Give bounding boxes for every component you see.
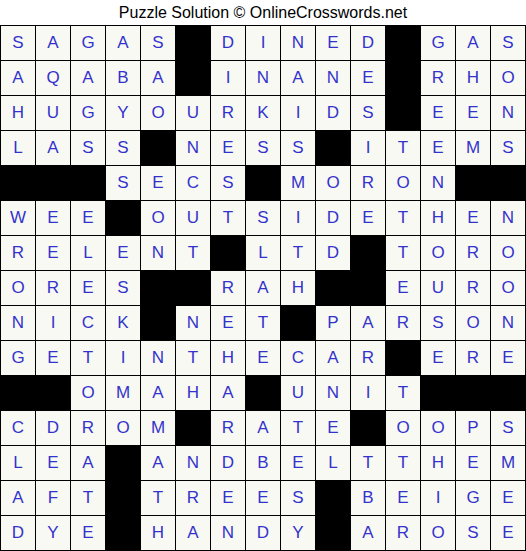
cell-r10c11: R bbox=[351, 341, 386, 376]
black-cell-r11c2 bbox=[36, 376, 71, 411]
cell-r11c12: T bbox=[386, 376, 421, 411]
black-cell-r11c1 bbox=[1, 376, 36, 411]
cell-r5c11: R bbox=[351, 166, 386, 201]
cell-r7c8: L bbox=[246, 236, 281, 271]
cell-r13c10: L bbox=[316, 446, 351, 481]
cell-r8c7: R bbox=[211, 271, 246, 306]
cell-r1c11: D bbox=[351, 26, 386, 61]
cell-r2c10: N bbox=[316, 61, 351, 96]
cell-r9c8: T bbox=[246, 306, 281, 341]
cell-r1c3: G bbox=[71, 26, 106, 61]
cell-r15c2: Y bbox=[36, 516, 71, 551]
cell-r12c7: R bbox=[211, 411, 246, 446]
cell-r5c12: O bbox=[386, 166, 421, 201]
cell-r11c7: A bbox=[211, 376, 246, 411]
black-cell-r11c8 bbox=[246, 376, 281, 411]
cell-r12c5: M bbox=[141, 411, 176, 446]
cell-r13c11: T bbox=[351, 446, 386, 481]
cell-r4c2: A bbox=[36, 131, 71, 166]
cell-r6c12: T bbox=[386, 201, 421, 236]
cell-r10c15: E bbox=[491, 341, 526, 376]
cell-r8c8: A bbox=[246, 271, 281, 306]
black-cell-r3c12 bbox=[386, 96, 421, 131]
cell-r10c9: C bbox=[281, 341, 316, 376]
black-cell-r13c4 bbox=[106, 446, 141, 481]
cell-r13c7: D bbox=[211, 446, 246, 481]
cell-r7c1: R bbox=[1, 236, 36, 271]
cell-r6c10: D bbox=[316, 201, 351, 236]
black-cell-r12c11 bbox=[351, 411, 386, 446]
cell-r10c10: A bbox=[316, 341, 351, 376]
cell-r4c6: N bbox=[176, 131, 211, 166]
cell-r13c13: H bbox=[421, 446, 456, 481]
cell-r10c1: G bbox=[1, 341, 36, 376]
cell-r8c15: O bbox=[491, 271, 526, 306]
cell-r1c15: S bbox=[491, 26, 526, 61]
cell-r14c5: T bbox=[141, 481, 176, 516]
black-cell-r9c9 bbox=[281, 306, 316, 341]
cell-r13c8: B bbox=[246, 446, 281, 481]
cell-r2c4: B bbox=[106, 61, 141, 96]
cell-r10c14: R bbox=[456, 341, 491, 376]
black-cell-r4c5 bbox=[141, 131, 176, 166]
cell-r15c13: O bbox=[421, 516, 456, 551]
cell-r4c3: S bbox=[71, 131, 106, 166]
cell-r12c10: E bbox=[316, 411, 351, 446]
cell-r14c1: A bbox=[1, 481, 36, 516]
black-cell-r15c10 bbox=[316, 516, 351, 551]
cell-r1c13: G bbox=[421, 26, 456, 61]
cell-r2c11: E bbox=[351, 61, 386, 96]
cell-r10c5: N bbox=[141, 341, 176, 376]
cell-r1c8: I bbox=[246, 26, 281, 61]
cell-r12c14: P bbox=[456, 411, 491, 446]
cell-r2c8: N bbox=[246, 61, 281, 96]
cell-r8c12: E bbox=[386, 271, 421, 306]
cell-r11c4: M bbox=[106, 376, 141, 411]
cell-r1c9: N bbox=[281, 26, 316, 61]
cell-r11c10: N bbox=[316, 376, 351, 411]
cell-r6c8: S bbox=[246, 201, 281, 236]
cell-r5c10: O bbox=[316, 166, 351, 201]
cell-r12c12: O bbox=[386, 411, 421, 446]
cell-r7c14: R bbox=[456, 236, 491, 271]
cell-r3c15: N bbox=[491, 96, 526, 131]
black-cell-r7c7 bbox=[211, 236, 246, 271]
black-cell-r5c14 bbox=[456, 166, 491, 201]
cell-r9c13: S bbox=[421, 306, 456, 341]
black-cell-r8c5 bbox=[141, 271, 176, 306]
crossword-grid: SAGASDINEDGASAQABAINANERHOHUGYOURKIDSEEN… bbox=[0, 25, 526, 551]
cell-r4c7: E bbox=[211, 131, 246, 166]
black-cell-r11c15 bbox=[491, 376, 526, 411]
cell-r2c13: R bbox=[421, 61, 456, 96]
cell-r5c7: S bbox=[211, 166, 246, 201]
cell-r11c11: I bbox=[351, 376, 386, 411]
page-title: Puzzle Solution © OnlineCrosswords.net bbox=[0, 0, 526, 25]
cell-r2c9: A bbox=[281, 61, 316, 96]
cell-r14c11: B bbox=[351, 481, 386, 516]
cell-r3c10: D bbox=[316, 96, 351, 131]
cell-r9c12: R bbox=[386, 306, 421, 341]
cell-r8c4: S bbox=[106, 271, 141, 306]
cell-r15c8: D bbox=[246, 516, 281, 551]
cell-r3c13: E bbox=[421, 96, 456, 131]
cell-r14c15: E bbox=[491, 481, 526, 516]
cell-r3c2: U bbox=[36, 96, 71, 131]
cell-r1c2: A bbox=[36, 26, 71, 61]
black-cell-r8c11 bbox=[351, 271, 386, 306]
cell-r6c5: O bbox=[141, 201, 176, 236]
cell-r5c6: C bbox=[176, 166, 211, 201]
cell-r4c1: L bbox=[1, 131, 36, 166]
cell-r5c4: S bbox=[106, 166, 141, 201]
cell-r2c14: H bbox=[456, 61, 491, 96]
cell-r9c14: O bbox=[456, 306, 491, 341]
cell-r14c6: R bbox=[176, 481, 211, 516]
cell-r6c1: W bbox=[1, 201, 36, 236]
black-cell-r8c10 bbox=[316, 271, 351, 306]
cell-r14c3: T bbox=[71, 481, 106, 516]
cell-r10c13: E bbox=[421, 341, 456, 376]
cell-r3c4: Y bbox=[106, 96, 141, 131]
cell-r6c2: E bbox=[36, 201, 71, 236]
cell-r10c2: E bbox=[36, 341, 71, 376]
cell-r7c10: D bbox=[316, 236, 351, 271]
cell-r1c5: S bbox=[141, 26, 176, 61]
cell-r12c8: A bbox=[246, 411, 281, 446]
cell-r13c9: E bbox=[281, 446, 316, 481]
cell-r14c12: E bbox=[386, 481, 421, 516]
black-cell-r1c6 bbox=[176, 26, 211, 61]
cell-r7c2: E bbox=[36, 236, 71, 271]
black-cell-r7c11 bbox=[351, 236, 386, 271]
cell-r13c3: A bbox=[71, 446, 106, 481]
black-cell-r5c1 bbox=[1, 166, 36, 201]
cell-r4c13: E bbox=[421, 131, 456, 166]
cell-r15c14: S bbox=[456, 516, 491, 551]
cell-r6c14: E bbox=[456, 201, 491, 236]
cell-r11c9: U bbox=[281, 376, 316, 411]
cell-r8c13: U bbox=[421, 271, 456, 306]
cell-r15c3: E bbox=[71, 516, 106, 551]
cell-r4c11: I bbox=[351, 131, 386, 166]
cell-r12c9: T bbox=[281, 411, 316, 446]
black-cell-r1c12 bbox=[386, 26, 421, 61]
black-cell-r5c3 bbox=[71, 166, 106, 201]
cell-r14c7: E bbox=[211, 481, 246, 516]
cell-r3c9: I bbox=[281, 96, 316, 131]
cell-r9c3: C bbox=[71, 306, 106, 341]
cell-r8c9: H bbox=[281, 271, 316, 306]
cell-r12c4: O bbox=[106, 411, 141, 446]
cell-r10c3: T bbox=[71, 341, 106, 376]
cell-r7c13: O bbox=[421, 236, 456, 271]
cell-r13c5: A bbox=[141, 446, 176, 481]
cell-r13c15: M bbox=[491, 446, 526, 481]
cell-r1c1: S bbox=[1, 26, 36, 61]
cell-r13c1: L bbox=[1, 446, 36, 481]
black-cell-r11c14 bbox=[456, 376, 491, 411]
cell-r4c14: M bbox=[456, 131, 491, 166]
cell-r12c1: C bbox=[1, 411, 36, 446]
cell-r14c14: G bbox=[456, 481, 491, 516]
cell-r15c7: N bbox=[211, 516, 246, 551]
cell-r11c3: O bbox=[71, 376, 106, 411]
cell-r7c4: E bbox=[106, 236, 141, 271]
cell-r2c5: A bbox=[141, 61, 176, 96]
cell-r7c5: N bbox=[141, 236, 176, 271]
cell-r13c14: E bbox=[456, 446, 491, 481]
cell-r9c7: E bbox=[211, 306, 246, 341]
cell-r7c9: T bbox=[281, 236, 316, 271]
cell-r9c11: A bbox=[351, 306, 386, 341]
cell-r15c11: A bbox=[351, 516, 386, 551]
cell-r5c9: M bbox=[281, 166, 316, 201]
black-cell-r2c6 bbox=[176, 61, 211, 96]
cell-r6c3: E bbox=[71, 201, 106, 236]
cell-r14c2: F bbox=[36, 481, 71, 516]
cell-r5c13: N bbox=[421, 166, 456, 201]
cell-r9c2: I bbox=[36, 306, 71, 341]
cell-r13c6: N bbox=[176, 446, 211, 481]
cell-r7c15: O bbox=[491, 236, 526, 271]
cell-r15c6: A bbox=[176, 516, 211, 551]
cell-r9c6: N bbox=[176, 306, 211, 341]
black-cell-r5c2 bbox=[36, 166, 71, 201]
cell-r3c5: O bbox=[141, 96, 176, 131]
cell-r13c12: T bbox=[386, 446, 421, 481]
cell-r9c4: K bbox=[106, 306, 141, 341]
cell-r13c2: E bbox=[36, 446, 71, 481]
cell-r2c3: A bbox=[71, 61, 106, 96]
black-cell-r14c4 bbox=[106, 481, 141, 516]
cell-r10c6: T bbox=[176, 341, 211, 376]
cell-r8c14: R bbox=[456, 271, 491, 306]
cell-r1c7: D bbox=[211, 26, 246, 61]
black-cell-r11c13 bbox=[421, 376, 456, 411]
cell-r4c12: T bbox=[386, 131, 421, 166]
cell-r15c9: Y bbox=[281, 516, 316, 551]
cell-r9c10: P bbox=[316, 306, 351, 341]
cell-r9c15: N bbox=[491, 306, 526, 341]
black-cell-r5c8 bbox=[246, 166, 281, 201]
cell-r14c13: I bbox=[421, 481, 456, 516]
cell-r6c6: U bbox=[176, 201, 211, 236]
cell-r7c12: T bbox=[386, 236, 421, 271]
cell-r2c1: A bbox=[1, 61, 36, 96]
cell-r3c3: G bbox=[71, 96, 106, 131]
cell-r10c7: H bbox=[211, 341, 246, 376]
cell-r11c6: H bbox=[176, 376, 211, 411]
cell-r6c9: I bbox=[281, 201, 316, 236]
cell-r6c15: N bbox=[491, 201, 526, 236]
black-cell-r10c12 bbox=[386, 341, 421, 376]
cell-r10c4: I bbox=[106, 341, 141, 376]
cell-r2c15: O bbox=[491, 61, 526, 96]
cell-r3c11: S bbox=[351, 96, 386, 131]
cell-r15c1: D bbox=[1, 516, 36, 551]
black-cell-r6c4 bbox=[106, 201, 141, 236]
cell-r12c2: D bbox=[36, 411, 71, 446]
black-cell-r5c15 bbox=[491, 166, 526, 201]
cell-r2c2: Q bbox=[36, 61, 71, 96]
cell-r4c4: S bbox=[106, 131, 141, 166]
black-cell-r4c10 bbox=[316, 131, 351, 166]
cell-r9c1: N bbox=[1, 306, 36, 341]
black-cell-r12c6 bbox=[176, 411, 211, 446]
cell-r4c15: S bbox=[491, 131, 526, 166]
cell-r12c3: R bbox=[71, 411, 106, 446]
cell-r14c8: E bbox=[246, 481, 281, 516]
black-cell-r9c5 bbox=[141, 306, 176, 341]
cell-r5c5: E bbox=[141, 166, 176, 201]
cell-r4c9: S bbox=[281, 131, 316, 166]
cell-r7c3: L bbox=[71, 236, 106, 271]
cell-r6c13: H bbox=[421, 201, 456, 236]
cell-r8c2: R bbox=[36, 271, 71, 306]
cell-r12c15: S bbox=[491, 411, 526, 446]
cell-r7c6: T bbox=[176, 236, 211, 271]
cell-r8c3: E bbox=[71, 271, 106, 306]
cell-r1c4: A bbox=[106, 26, 141, 61]
cell-r3c6: U bbox=[176, 96, 211, 131]
cell-r2c7: I bbox=[211, 61, 246, 96]
cell-r8c1: O bbox=[1, 271, 36, 306]
cell-r4c8: S bbox=[246, 131, 281, 166]
cell-r10c8: E bbox=[246, 341, 281, 376]
black-cell-r8c6 bbox=[176, 271, 211, 306]
cell-r1c10: E bbox=[316, 26, 351, 61]
cell-r3c8: K bbox=[246, 96, 281, 131]
cell-r15c15: E bbox=[491, 516, 526, 551]
cell-r3c1: H bbox=[1, 96, 36, 131]
cell-r15c12: R bbox=[386, 516, 421, 551]
black-cell-r15c4 bbox=[106, 516, 141, 551]
cell-r12c13: O bbox=[421, 411, 456, 446]
cell-r3c7: R bbox=[211, 96, 246, 131]
cell-r6c11: E bbox=[351, 201, 386, 236]
black-cell-r2c12 bbox=[386, 61, 421, 96]
cell-r14c9: S bbox=[281, 481, 316, 516]
black-cell-r14c10 bbox=[316, 481, 351, 516]
cell-r1c14: A bbox=[456, 26, 491, 61]
cell-r11c5: A bbox=[141, 376, 176, 411]
cell-r6c7: T bbox=[211, 201, 246, 236]
cell-r3c14: E bbox=[456, 96, 491, 131]
cell-r15c5: H bbox=[141, 516, 176, 551]
